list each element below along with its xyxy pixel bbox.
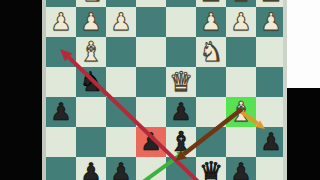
square-g5[interactable]: ♝ [226,97,256,127]
square-d2[interactable] [136,7,166,37]
piece-white-R-h1[interactable]: ♜ [256,0,283,7]
piece-black-Q-f7[interactable]: ♛ [196,157,226,180]
square-e2[interactable] [166,7,196,37]
square-e4[interactable]: ♛ [166,67,196,97]
square-c1[interactable] [106,0,136,7]
piece-black-P-g7[interactable]: ♟ [226,157,256,180]
piece-black-P-h6[interactable]: ♟ [256,127,283,157]
square-e3[interactable] [166,37,196,67]
square-d1[interactable] [136,0,166,7]
square-b6[interactable] [76,127,106,157]
square-h7[interactable] [256,157,283,180]
square-h3[interactable] [256,37,283,67]
piece-white-P-f2[interactable]: ♟ [196,7,226,37]
square-f1[interactable]: ♜ [196,0,226,7]
square-h1[interactable]: ♜ [256,0,283,7]
piece-black-B-e6[interactable]: ♝ [166,127,196,157]
square-d6[interactable]: ♟ [136,127,166,157]
piece-white-P-a2[interactable]: ♟ [46,7,76,37]
square-b2[interactable]: ♟ [76,7,106,37]
square-f3[interactable]: ♞ [196,37,226,67]
piece-white-R-f1[interactable]: ♜ [196,0,226,7]
square-h6[interactable]: ♟ [256,127,283,157]
square-g6[interactable] [226,127,256,157]
square-b4[interactable]: ♞ [76,67,106,97]
piece-black-N-b4[interactable]: ♞ [76,67,106,97]
piece-white-B-g5[interactable]: ♝ [226,97,256,127]
square-b5[interactable] [76,97,106,127]
piece-black-P-c7[interactable]: ♟ [106,157,136,180]
piece-black-P-b7[interactable]: ♟ [76,157,106,180]
square-b1[interactable]: ♞ [76,0,106,7]
square-a7[interactable] [46,157,76,180]
square-c3[interactable] [106,37,136,67]
square-a1[interactable] [46,0,76,7]
square-a6[interactable] [46,127,76,157]
square-a3[interactable] [46,37,76,67]
square-a2[interactable]: ♟ [46,7,76,37]
square-h5[interactable] [256,97,283,127]
square-e6[interactable]: ♝ [166,127,196,157]
chess-board[interactable]: ♞♜♚♜♟♟♟♟♟♟♝♞♞♛♟♟♝♟♝♟♟♟♛♟ [46,0,283,180]
square-g2[interactable]: ♟ [226,7,256,37]
piece-white-P-g2[interactable]: ♟ [226,7,256,37]
piece-white-P-h2[interactable]: ♟ [256,7,283,37]
square-b3[interactable]: ♝ [76,37,106,67]
left-board-border [42,0,46,180]
piece-white-P-b2[interactable]: ♟ [76,7,106,37]
square-c4[interactable] [106,67,136,97]
right-white-panel [287,0,320,88]
piece-white-Q-e4[interactable]: ♛ [166,67,196,97]
square-d5[interactable] [136,97,166,127]
square-a4[interactable] [46,67,76,97]
left-black-margin [0,0,42,180]
square-c5[interactable] [106,97,136,127]
right-black-margin [287,88,320,180]
square-f7[interactable]: ♛ [196,157,226,180]
square-g7[interactable]: ♟ [226,157,256,180]
board-viewport: ♞♜♚♜♟♟♟♟♟♟♝♞♞♛♟♟♝♟♝♟♟♟♛♟ [46,0,283,180]
chess-video-frame: ♞♜♚♜♟♟♟♟♟♟♝♞♞♛♟♟♝♟♝♟♟♟♛♟ [0,0,320,180]
square-c7[interactable]: ♟ [106,157,136,180]
piece-white-N-f3[interactable]: ♞ [196,37,226,67]
square-d3[interactable] [136,37,166,67]
piece-white-B-b3[interactable]: ♝ [76,37,106,67]
square-g4[interactable] [226,67,256,97]
piece-white-P-c2[interactable]: ♟ [106,7,136,37]
square-b7[interactable]: ♟ [76,157,106,180]
square-h2[interactable]: ♟ [256,7,283,37]
square-d4[interactable] [136,67,166,97]
square-e1[interactable] [166,0,196,7]
piece-black-P-d6[interactable]: ♟ [136,127,166,157]
piece-white-K-g1[interactable]: ♚ [226,0,256,7]
square-f4[interactable] [196,67,226,97]
piece-black-P-a5[interactable]: ♟ [46,97,76,127]
square-h4[interactable] [256,67,283,97]
square-c2[interactable]: ♟ [106,7,136,37]
square-f5[interactable] [196,97,226,127]
piece-black-P-e5[interactable]: ♟ [166,97,196,127]
square-g1[interactable]: ♚ [226,0,256,7]
square-g3[interactable] [226,37,256,67]
square-c6[interactable] [106,127,136,157]
square-f2[interactable]: ♟ [196,7,226,37]
square-d7[interactable] [136,157,166,180]
piece-white-N-b1[interactable]: ♞ [76,0,106,7]
square-f6[interactable] [196,127,226,157]
square-e5[interactable]: ♟ [166,97,196,127]
square-e7[interactable] [166,157,196,180]
square-a5[interactable]: ♟ [46,97,76,127]
